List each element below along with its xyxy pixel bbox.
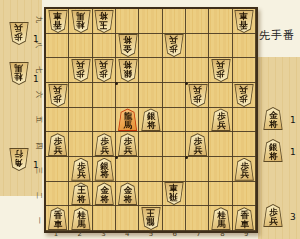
piece-kanji: 将 bbox=[95, 170, 113, 179]
piece-kanji: 馬 bbox=[10, 64, 28, 73]
piece-face: 歩兵 bbox=[264, 205, 282, 226]
file-label: 3 bbox=[92, 230, 116, 239]
piece-kanji: 将 bbox=[119, 36, 137, 45]
piece-kanji: 龍 bbox=[142, 218, 160, 227]
piece-kanji: 車 bbox=[165, 184, 183, 193]
piece-kanji: 歩 bbox=[49, 94, 67, 103]
piece-face: 銀将 bbox=[264, 140, 282, 161]
piece-kanji: 馬 bbox=[119, 121, 137, 130]
piece-kanji: 兵 bbox=[235, 170, 253, 179]
piece-face: 歩兵 bbox=[49, 85, 67, 106]
hand-piece-count: 3 bbox=[290, 212, 296, 222]
piece-kanji: 将 bbox=[264, 152, 282, 161]
piece-kanji: 兵 bbox=[189, 86, 207, 95]
piece-kanji: 桂 bbox=[72, 20, 90, 29]
piece-kanji: 馬 bbox=[72, 220, 90, 229]
piece-kanji: 馬 bbox=[212, 220, 230, 229]
piece-kanji: 兵 bbox=[264, 217, 282, 226]
piece-face: 王将 bbox=[72, 183, 90, 204]
piece-kanji: 歩 bbox=[95, 70, 113, 79]
file-label: 7 bbox=[187, 230, 211, 239]
star-point bbox=[185, 156, 188, 159]
rank-label: 二 bbox=[26, 190, 51, 200]
piece-face: 歩兵 bbox=[212, 109, 230, 130]
piece-face: 歩兵 bbox=[49, 134, 67, 155]
turn-indicator: 先手番 bbox=[259, 28, 295, 43]
piece-kanji: 兵 bbox=[95, 61, 113, 70]
piece-face: 歩兵 bbox=[72, 159, 90, 180]
piece-face: 歩兵 bbox=[212, 60, 230, 81]
piece-face: 歩兵 bbox=[119, 134, 137, 155]
piece-kanji: 車 bbox=[235, 220, 253, 229]
piece-kanji: 香 bbox=[235, 20, 253, 29]
piece-kanji: 兵 bbox=[10, 24, 28, 33]
piece-face: 桂馬 bbox=[212, 208, 230, 229]
piece-kanji: 兵 bbox=[49, 86, 67, 95]
rank-label: 四 bbox=[26, 140, 51, 150]
piece-face: 金将 bbox=[264, 108, 282, 129]
piece-kanji: 将 bbox=[142, 121, 160, 130]
file-label: 6 bbox=[163, 230, 187, 239]
piece-kanji: 兵 bbox=[212, 121, 230, 130]
piece-kanji: 銀 bbox=[119, 70, 137, 79]
piece-face: 桂馬 bbox=[72, 208, 90, 229]
piece-face: 銀将 bbox=[119, 60, 137, 81]
piece-kanji: 歩 bbox=[72, 70, 90, 79]
piece-kanji: 将 bbox=[119, 61, 137, 70]
piece-face: 香車 bbox=[49, 11, 67, 32]
piece-face: 玉将 bbox=[95, 11, 113, 32]
piece-kanji: 香 bbox=[49, 20, 67, 29]
piece-kanji: 兵 bbox=[49, 146, 67, 155]
piece-kanji: 車 bbox=[49, 12, 67, 21]
shogi-app-window: 先手番 九八七六五四三二一 123456789 香車桂馬玉将香車金将歩兵歩兵歩兵… bbox=[0, 0, 300, 239]
piece-kanji: 兵 bbox=[165, 36, 183, 45]
piece-kanji: 兵 bbox=[119, 146, 137, 155]
piece-kanji: 兵 bbox=[72, 170, 90, 179]
piece-face: 桂馬 bbox=[10, 63, 28, 84]
file-label: 4 bbox=[115, 230, 139, 239]
piece-face: 歩兵 bbox=[72, 60, 90, 81]
piece-kanji: 行 bbox=[10, 150, 28, 159]
piece-kanji: 歩 bbox=[189, 94, 207, 103]
piece-kanji: 将 bbox=[264, 120, 282, 129]
piece-face: 龍馬 bbox=[119, 109, 137, 130]
piece-kanji: 車 bbox=[49, 220, 67, 229]
piece-face: 龍王 bbox=[142, 208, 160, 229]
star-point bbox=[185, 82, 188, 85]
hand-piece-count: 1 bbox=[33, 74, 39, 84]
rank-label: 六 bbox=[26, 90, 51, 100]
piece-face: 香車 bbox=[235, 208, 253, 229]
piece-kanji: 角 bbox=[10, 159, 28, 168]
file-labels: 123456789 bbox=[44, 230, 258, 239]
piece-face: 香車 bbox=[49, 208, 67, 229]
piece-kanji: 歩 bbox=[10, 33, 28, 42]
piece-kanji: 兵 bbox=[72, 61, 90, 70]
hand-piece-count: 1 bbox=[290, 115, 296, 125]
file-label: 2 bbox=[68, 230, 92, 239]
piece-kanji: 将 bbox=[95, 12, 113, 21]
piece-face: 飛車 bbox=[165, 183, 183, 204]
piece-face: 桂馬 bbox=[72, 11, 90, 32]
piece-kanji: 車 bbox=[235, 12, 253, 21]
hand-piece-count: 1 bbox=[33, 160, 39, 170]
star-point bbox=[115, 82, 118, 85]
piece-face: 歩兵 bbox=[235, 159, 253, 180]
rank-label: 三 bbox=[26, 165, 51, 175]
piece-face: 銀将 bbox=[95, 159, 113, 180]
piece-kanji: 兵 bbox=[235, 86, 253, 95]
file-label: 1 bbox=[44, 230, 68, 239]
piece-face: 歩兵 bbox=[95, 60, 113, 81]
piece-face: 歩兵 bbox=[10, 23, 28, 44]
star-point bbox=[115, 156, 118, 159]
file-label: 9 bbox=[234, 230, 258, 239]
piece-kanji: 飛 bbox=[165, 193, 183, 202]
rank-label: 五 bbox=[26, 115, 51, 125]
piece-kanji: 王 bbox=[142, 209, 160, 218]
piece-face: 歩兵 bbox=[95, 134, 113, 155]
piece-face: 角行 bbox=[10, 149, 28, 170]
rank-label: 九 bbox=[26, 15, 51, 25]
piece-face: 香車 bbox=[235, 11, 253, 32]
piece-kanji: 将 bbox=[72, 195, 90, 204]
rank-label: 八 bbox=[26, 40, 51, 50]
piece-face: 金将 bbox=[119, 35, 137, 56]
piece-kanji: 馬 bbox=[72, 12, 90, 21]
piece-face: 歩兵 bbox=[189, 85, 207, 106]
rank-label: 一 bbox=[26, 215, 51, 225]
file-label: 8 bbox=[210, 230, 234, 239]
piece-kanji: 玉 bbox=[95, 20, 113, 29]
piece-face: 銀将 bbox=[142, 109, 160, 130]
file-label: 5 bbox=[139, 230, 163, 239]
piece-face: 歩兵 bbox=[189, 134, 207, 155]
piece-kanji: 兵 bbox=[189, 146, 207, 155]
hand-piece-count: 1 bbox=[290, 147, 296, 157]
piece-face: 金将 bbox=[95, 183, 113, 204]
hand-piece-count: 1 bbox=[33, 34, 39, 44]
piece-kanji: 歩 bbox=[212, 70, 230, 79]
piece-face: 歩兵 bbox=[165, 35, 183, 56]
piece-face: 金将 bbox=[119, 183, 137, 204]
piece-kanji: 兵 bbox=[212, 61, 230, 70]
piece-kanji: 歩 bbox=[165, 45, 183, 54]
piece-kanji: 金 bbox=[119, 45, 137, 54]
rank-label: 七 bbox=[26, 65, 51, 75]
piece-kanji: 歩 bbox=[235, 94, 253, 103]
piece-kanji: 兵 bbox=[95, 146, 113, 155]
piece-face: 歩兵 bbox=[235, 85, 253, 106]
piece-kanji: 将 bbox=[119, 195, 137, 204]
piece-kanji: 桂 bbox=[10, 73, 28, 82]
piece-kanji: 将 bbox=[95, 195, 113, 204]
